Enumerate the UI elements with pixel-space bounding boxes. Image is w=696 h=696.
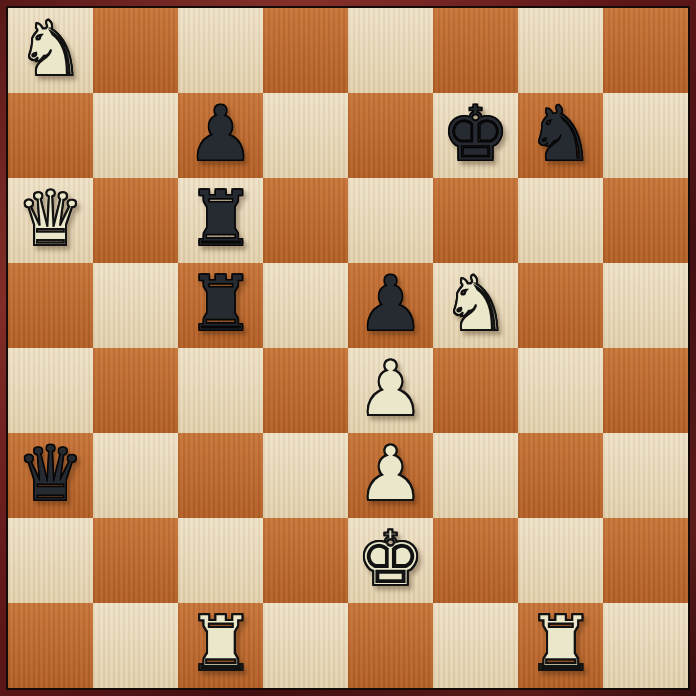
square-h1[interactable] [603,603,688,688]
square-b3[interactable] [93,433,178,518]
square-g7[interactable]: ♞ [518,93,603,178]
square-e7[interactable] [348,93,433,178]
square-g6[interactable] [518,178,603,263]
square-g4[interactable] [518,348,603,433]
square-f7[interactable]: ♚ [433,93,518,178]
square-c1[interactable]: ♜ [178,603,263,688]
square-h5[interactable] [603,263,688,348]
square-c7[interactable]: ♟ [178,93,263,178]
white-king-piece[interactable]: ♚ [356,521,424,597]
square-h3[interactable] [603,433,688,518]
square-e8[interactable] [348,8,433,93]
white-rook-piece[interactable]: ♜ [186,606,254,682]
square-c3[interactable] [178,433,263,518]
square-h7[interactable] [603,93,688,178]
square-b8[interactable] [93,8,178,93]
square-a6[interactable]: ♛ [8,178,93,263]
square-a4[interactable] [8,348,93,433]
square-h8[interactable] [603,8,688,93]
square-c2[interactable] [178,518,263,603]
square-h4[interactable] [603,348,688,433]
square-f4[interactable] [433,348,518,433]
square-a3[interactable]: ♛ [8,433,93,518]
square-b6[interactable] [93,178,178,263]
square-d3[interactable] [263,433,348,518]
square-h6[interactable] [603,178,688,263]
square-d8[interactable] [263,8,348,93]
black-pawn-piece[interactable]: ♟ [186,96,254,172]
square-d7[interactable] [263,93,348,178]
square-a2[interactable] [8,518,93,603]
square-f8[interactable] [433,8,518,93]
white-queen-piece[interactable]: ♛ [16,181,84,257]
black-king-piece[interactable]: ♚ [441,96,509,172]
white-knight-piece[interactable]: ♞ [441,266,509,342]
square-f2[interactable] [433,518,518,603]
square-g2[interactable] [518,518,603,603]
square-e1[interactable] [348,603,433,688]
chess-board: ♞♟♚♞♛♜♜♟♞♟♛♟♚♜♜ [6,6,690,690]
square-d2[interactable] [263,518,348,603]
white-pawn-piece[interactable]: ♟ [356,351,424,427]
square-d4[interactable] [263,348,348,433]
black-rook-piece[interactable]: ♜ [186,181,254,257]
square-g1[interactable]: ♜ [518,603,603,688]
square-d1[interactable] [263,603,348,688]
square-e2[interactable]: ♚ [348,518,433,603]
square-g8[interactable] [518,8,603,93]
square-e4[interactable]: ♟ [348,348,433,433]
square-c6[interactable]: ♜ [178,178,263,263]
square-h2[interactable] [603,518,688,603]
square-b2[interactable] [93,518,178,603]
board-frame: ♞♟♚♞♛♜♜♟♞♟♛♟♚♜♜ [0,0,696,696]
square-f1[interactable] [433,603,518,688]
square-b1[interactable] [93,603,178,688]
square-g5[interactable] [518,263,603,348]
square-c4[interactable] [178,348,263,433]
square-d5[interactable] [263,263,348,348]
white-knight-piece[interactable]: ♞ [16,11,84,87]
white-pawn-piece[interactable]: ♟ [356,436,424,512]
square-f6[interactable] [433,178,518,263]
square-e6[interactable] [348,178,433,263]
black-rook-piece[interactable]: ♜ [186,266,254,342]
black-knight-piece[interactable]: ♞ [526,96,594,172]
square-a7[interactable] [8,93,93,178]
square-b5[interactable] [93,263,178,348]
square-b7[interactable] [93,93,178,178]
square-d6[interactable] [263,178,348,263]
square-c8[interactable] [178,8,263,93]
black-queen-piece[interactable]: ♛ [16,436,84,512]
black-pawn-piece[interactable]: ♟ [356,266,424,342]
square-e5[interactable]: ♟ [348,263,433,348]
square-b4[interactable] [93,348,178,433]
square-f5[interactable]: ♞ [433,263,518,348]
square-c5[interactable]: ♜ [178,263,263,348]
white-rook-piece[interactable]: ♜ [526,606,594,682]
square-a5[interactable] [8,263,93,348]
square-e3[interactable]: ♟ [348,433,433,518]
square-g3[interactable] [518,433,603,518]
square-f3[interactable] [433,433,518,518]
square-a8[interactable]: ♞ [8,8,93,93]
square-a1[interactable] [8,603,93,688]
